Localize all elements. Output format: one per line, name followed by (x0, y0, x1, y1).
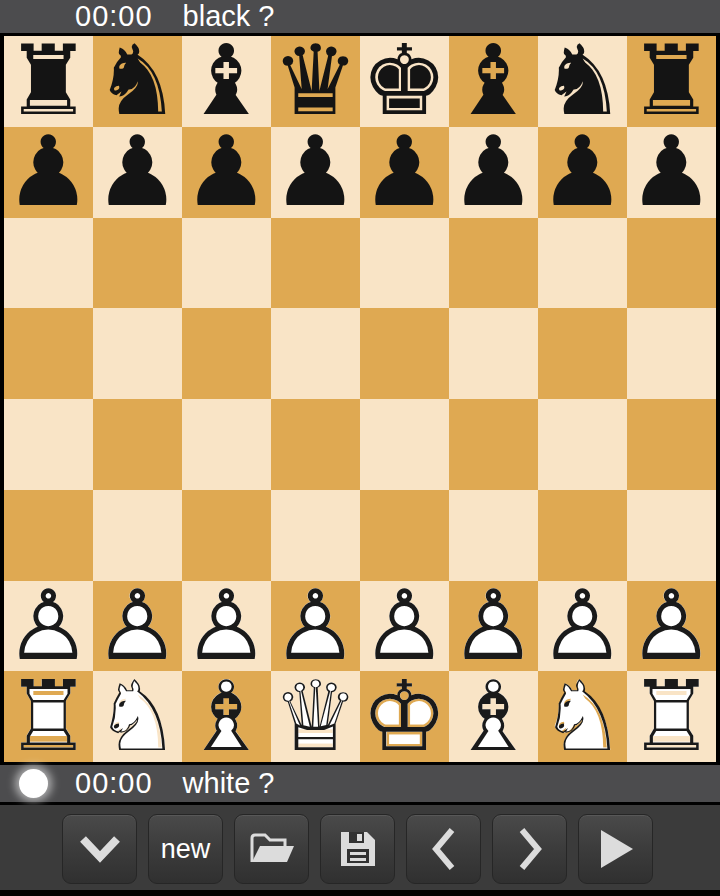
square-e2[interactable]: ♟♙ (360, 581, 449, 672)
chevron-left-icon (430, 826, 458, 872)
save-game-button[interactable] (320, 814, 395, 884)
chevron-down-icon (77, 833, 123, 865)
piece-outline-layer: ♕ (272, 672, 359, 762)
piece-black-king[interactable]: ♚ (361, 36, 448, 126)
piece-black-pawn[interactable]: ♟ (539, 127, 626, 217)
square-b2[interactable]: ♟♙ (93, 581, 182, 672)
piece-black-pawn[interactable]: ♟ (183, 127, 270, 217)
piece-outline-layer: ♙ (94, 581, 181, 671)
piece-white-pawn[interactable]: ♟♙ (94, 581, 181, 671)
square-g5[interactable] (538, 308, 627, 399)
step-back-button[interactable] (406, 814, 481, 884)
square-b7[interactable]: ♟ (93, 127, 182, 218)
square-e3[interactable] (360, 490, 449, 581)
square-c2[interactable]: ♟♙ (182, 581, 271, 672)
square-h8[interactable]: ♜ (627, 36, 716, 127)
square-d1[interactable]: ♛♕ (271, 671, 360, 762)
piece-outline-layer: ♙ (628, 581, 715, 671)
square-g2[interactable]: ♟♙ (538, 581, 627, 672)
piece-outline-layer: ♔ (361, 672, 448, 762)
piece-white-pawn[interactable]: ♟♙ (183, 581, 270, 671)
square-c4[interactable] (182, 399, 271, 490)
square-e7[interactable]: ♟ (360, 127, 449, 218)
square-b6[interactable] (93, 218, 182, 309)
piece-white-pawn[interactable]: ♟♙ (5, 581, 92, 671)
square-f3[interactable] (449, 490, 538, 581)
square-e4[interactable] (360, 399, 449, 490)
square-h6[interactable] (627, 218, 716, 309)
square-d7[interactable]: ♟ (271, 127, 360, 218)
piece-black-pawn[interactable]: ♟ (628, 127, 715, 217)
square-f7[interactable]: ♟ (449, 127, 538, 218)
square-g6[interactable] (538, 218, 627, 309)
piece-white-knight[interactable]: ♞♘ (94, 672, 181, 762)
white-player-bar: 00:00 white ? (0, 762, 720, 805)
new-game-button[interactable]: new (148, 814, 223, 884)
square-e8[interactable]: ♚ (360, 36, 449, 127)
square-c6[interactable] (182, 218, 271, 309)
square-b1[interactable]: ♞♘ (93, 671, 182, 762)
piece-white-queen[interactable]: ♛♕ (272, 672, 359, 762)
piece-white-king[interactable]: ♚♔ (361, 672, 448, 762)
square-g1[interactable]: ♞♘ (538, 671, 627, 762)
toolbar: new (0, 805, 720, 890)
piece-white-bishop[interactable]: ♝♗ (183, 672, 270, 762)
piece-black-knight[interactable]: ♞ (539, 36, 626, 126)
piece-outline-layer: ♙ (183, 581, 270, 671)
square-f8[interactable]: ♝ (449, 36, 538, 127)
square-b5[interactable] (93, 308, 182, 399)
piece-outline-layer: ♙ (539, 581, 626, 671)
square-h7[interactable]: ♟ (627, 127, 716, 218)
square-d2[interactable]: ♟♙ (271, 581, 360, 672)
square-h2[interactable]: ♟♙ (627, 581, 716, 672)
piece-black-pawn[interactable]: ♟ (361, 127, 448, 217)
square-d4[interactable] (271, 399, 360, 490)
piece-outline-layer: ♖ (628, 672, 715, 762)
square-d6[interactable] (271, 218, 360, 309)
step-forward-button[interactable] (492, 814, 567, 884)
piece-outline-layer: ♖ (5, 672, 92, 762)
piece-white-pawn[interactable]: ♟♙ (272, 581, 359, 671)
square-c1[interactable]: ♝♗ (182, 671, 271, 762)
square-g7[interactable]: ♟ (538, 127, 627, 218)
square-e1[interactable]: ♚♔ (360, 671, 449, 762)
square-a1[interactable]: ♜♖ (4, 671, 93, 762)
white-player-label: white ? (183, 767, 275, 800)
piece-white-pawn[interactable]: ♟♙ (539, 581, 626, 671)
square-c7[interactable]: ♟ (182, 127, 271, 218)
bottom-black-strip (0, 890, 720, 896)
square-c8[interactable]: ♝ (182, 36, 271, 127)
square-g3[interactable] (538, 490, 627, 581)
square-g4[interactable] (538, 399, 627, 490)
piece-outline-layer: ♗ (450, 672, 537, 762)
square-a2[interactable]: ♟♙ (4, 581, 93, 672)
chevron-right-icon (516, 826, 544, 872)
square-h1[interactable]: ♜♖ (627, 671, 716, 762)
square-a3[interactable] (4, 490, 93, 581)
piece-outline-layer: ♙ (361, 581, 448, 671)
square-a6[interactable] (4, 218, 93, 309)
piece-white-knight[interactable]: ♞♘ (539, 672, 626, 762)
square-f1[interactable]: ♝♗ (449, 671, 538, 762)
collapse-button[interactable] (62, 814, 137, 884)
square-a7[interactable]: ♟ (4, 127, 93, 218)
square-h5[interactable] (627, 308, 716, 399)
piece-black-pawn[interactable]: ♟ (272, 127, 359, 217)
floppy-save-icon (337, 828, 379, 870)
open-game-button[interactable] (234, 814, 309, 884)
piece-black-pawn[interactable]: ♟ (94, 127, 181, 217)
chess-board[interactable]: ♜♞♝♛♚♝♞♜♟♟♟♟♟♟♟♟♟♙♟♙♟♙♟♙♟♙♟♙♟♙♟♙♜♖♞♘♝♗♛♕… (0, 36, 720, 762)
piece-black-bishop[interactable]: ♝ (450, 36, 537, 126)
piece-white-bishop[interactable]: ♝♗ (450, 672, 537, 762)
piece-white-pawn[interactable]: ♟♙ (450, 581, 537, 671)
piece-black-knight[interactable]: ♞ (94, 36, 181, 126)
square-a4[interactable] (4, 399, 93, 490)
square-a8[interactable]: ♜ (4, 36, 93, 127)
piece-outline-layer: ♘ (94, 672, 181, 762)
square-e5[interactable] (360, 308, 449, 399)
square-b3[interactable] (93, 490, 182, 581)
square-e6[interactable] (360, 218, 449, 309)
square-f6[interactable] (449, 218, 538, 309)
piece-outline-layer: ♙ (272, 581, 359, 671)
square-d8[interactable]: ♛ (271, 36, 360, 127)
piece-white-pawn[interactable]: ♟♙ (361, 581, 448, 671)
square-h3[interactable] (627, 490, 716, 581)
piece-black-queen[interactable]: ♛ (272, 36, 359, 126)
play-button[interactable] (578, 814, 653, 884)
square-b4[interactable] (93, 399, 182, 490)
square-c5[interactable] (182, 308, 271, 399)
square-f2[interactable]: ♟♙ (449, 581, 538, 672)
chess-app: 00:00 black ? ♜♞♝♛♚♝♞♜♟♟♟♟♟♟♟♟♟♙♟♙♟♙♟♙♟♙… (0, 0, 720, 896)
piece-white-rook[interactable]: ♜♖ (628, 672, 715, 762)
piece-black-pawn[interactable]: ♟ (450, 127, 537, 217)
piece-black-pawn[interactable]: ♟ (5, 127, 92, 217)
square-a5[interactable] (4, 308, 93, 399)
folder-open-icon (248, 830, 296, 868)
square-b8[interactable]: ♞ (93, 36, 182, 127)
piece-outline-layer: ♙ (450, 581, 537, 671)
piece-white-rook[interactable]: ♜♖ (5, 672, 92, 762)
piece-outline-layer: ♗ (183, 672, 270, 762)
square-f4[interactable] (449, 399, 538, 490)
square-c3[interactable] (182, 490, 271, 581)
square-f5[interactable] (449, 308, 538, 399)
play-icon (596, 827, 636, 871)
square-d5[interactable] (271, 308, 360, 399)
piece-outline-layer: ♘ (539, 672, 626, 762)
square-h4[interactable] (627, 399, 716, 490)
square-d3[interactable] (271, 490, 360, 581)
piece-white-pawn[interactable]: ♟♙ (628, 581, 715, 671)
piece-outline-layer: ♙ (5, 581, 92, 671)
white-clock: 00:00 (75, 767, 153, 800)
new-game-label: new (161, 834, 211, 865)
turn-indicator-white (19, 769, 48, 798)
piece-black-rook[interactable]: ♜ (5, 36, 92, 126)
piece-black-rook[interactable]: ♜ (628, 36, 715, 126)
square-g8[interactable]: ♞ (538, 36, 627, 127)
piece-black-bishop[interactable]: ♝ (183, 36, 270, 126)
